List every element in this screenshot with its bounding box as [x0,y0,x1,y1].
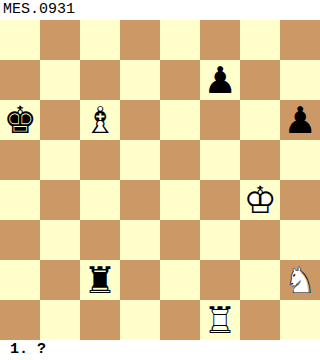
square-a7[interactable] [0,60,40,100]
move-prompt: 1. ? [0,340,320,360]
square-h1[interactable] [280,300,320,340]
square-g6[interactable] [240,100,280,140]
square-d8[interactable] [120,20,160,60]
square-b7[interactable] [40,60,80,100]
square-e5[interactable] [160,140,200,180]
square-g7[interactable] [240,60,280,100]
chess-board: ♟♚♝♗♟♚♔♜♞♘♜♖ [0,20,320,340]
square-b4[interactable] [40,180,80,220]
square-b5[interactable] [40,140,80,180]
square-h7[interactable] [280,60,320,100]
square-e4[interactable] [160,180,200,220]
diagram-title: MES.0931 [0,0,320,20]
piece-glyph: ♚ [0,100,40,140]
square-f6[interactable] [200,100,240,140]
square-c2[interactable]: ♜ [80,260,120,300]
square-h4[interactable] [280,180,320,220]
square-e7[interactable] [160,60,200,100]
piece-black-pawn[interactable]: ♟ [280,100,320,140]
square-b1[interactable] [40,300,80,340]
piece-glyph: ♜ [80,260,120,300]
square-f8[interactable] [200,20,240,60]
square-c1[interactable] [80,300,120,340]
square-e3[interactable] [160,220,200,260]
square-e1[interactable] [160,300,200,340]
square-c8[interactable] [80,20,120,60]
square-c4[interactable] [80,180,120,220]
piece-black-rook[interactable]: ♜ [80,260,120,300]
square-g3[interactable] [240,220,280,260]
square-d7[interactable] [120,60,160,100]
square-e2[interactable] [160,260,200,300]
square-a4[interactable] [0,180,40,220]
piece-white-bishop[interactable]: ♝♗ [80,100,120,140]
piece-outline-layer: ♔ [240,180,280,220]
square-a3[interactable] [0,220,40,260]
square-g2[interactable] [240,260,280,300]
square-d6[interactable] [120,100,160,140]
square-h3[interactable] [280,220,320,260]
piece-black-king[interactable]: ♚ [0,100,40,140]
square-b6[interactable] [40,100,80,140]
square-h5[interactable] [280,140,320,180]
square-a5[interactable] [0,140,40,180]
square-c7[interactable] [80,60,120,100]
square-b8[interactable] [40,20,80,60]
square-e6[interactable] [160,100,200,140]
square-e8[interactable] [160,20,200,60]
square-f7[interactable]: ♟ [200,60,240,100]
square-b2[interactable] [40,260,80,300]
square-c5[interactable] [80,140,120,180]
square-d5[interactable] [120,140,160,180]
square-h2[interactable]: ♞♘ [280,260,320,300]
square-d1[interactable] [120,300,160,340]
square-h6[interactable]: ♟ [280,100,320,140]
square-f1[interactable]: ♜♖ [200,300,240,340]
piece-outline-layer: ♖ [200,300,240,340]
square-g1[interactable] [240,300,280,340]
piece-outline-layer: ♘ [280,260,320,300]
square-f4[interactable] [200,180,240,220]
square-a2[interactable] [0,260,40,300]
square-c6[interactable]: ♝♗ [80,100,120,140]
square-c3[interactable] [80,220,120,260]
square-d3[interactable] [120,220,160,260]
piece-white-king[interactable]: ♚♔ [240,180,280,220]
square-f3[interactable] [200,220,240,260]
square-a6[interactable]: ♚ [0,100,40,140]
square-b3[interactable] [40,220,80,260]
square-g8[interactable] [240,20,280,60]
square-g5[interactable] [240,140,280,180]
square-h8[interactable] [280,20,320,60]
square-d2[interactable] [120,260,160,300]
piece-glyph: ♟ [200,60,240,100]
piece-white-rook[interactable]: ♜♖ [200,300,240,340]
square-a8[interactable] [0,20,40,60]
square-g4[interactable]: ♚♔ [240,180,280,220]
piece-glyph: ♟ [280,100,320,140]
piece-outline-layer: ♗ [80,100,120,140]
piece-white-knight[interactable]: ♞♘ [280,260,320,300]
piece-black-pawn[interactable]: ♟ [200,60,240,100]
square-a1[interactable] [0,300,40,340]
square-f2[interactable] [200,260,240,300]
square-d4[interactable] [120,180,160,220]
square-f5[interactable] [200,140,240,180]
